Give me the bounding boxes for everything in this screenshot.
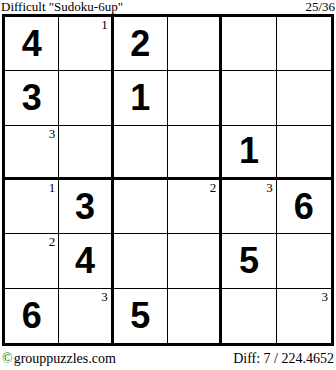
cell-r4c5[interactable]: 3	[222, 180, 276, 234]
given-digit: 4	[22, 26, 42, 62]
cell-r6c6[interactable]: 3	[277, 289, 331, 343]
given-digit: 5	[130, 298, 150, 334]
given-digit: 3	[75, 189, 95, 225]
cell-r2c4[interactable]	[168, 71, 222, 125]
cell-r1c4[interactable]	[168, 17, 222, 71]
cell-r2c6[interactable]	[277, 71, 331, 125]
cell-r2c1: 3	[5, 71, 59, 125]
corner-mark: 2	[210, 181, 217, 194]
cell-r4c6: 6	[277, 180, 331, 234]
cell-r1c1: 4	[5, 17, 59, 71]
corner-mark: 3	[321, 290, 328, 303]
cell-r1c6[interactable]	[277, 17, 331, 71]
cell-r1c5[interactable]	[222, 17, 276, 71]
corner-mark: 3	[49, 127, 56, 140]
cell-r3c3[interactable]	[114, 126, 168, 180]
cell-r6c2[interactable]: 3	[59, 289, 113, 343]
cell-r2c2[interactable]	[59, 71, 113, 125]
cell-r5c3[interactable]	[114, 234, 168, 288]
cell-r5c1[interactable]: 2	[5, 234, 59, 288]
header: Difficult "Sudoku-6up" 25/36	[1, 0, 335, 14]
cell-r3c6[interactable]	[277, 126, 331, 180]
corner-mark: 1	[49, 181, 56, 194]
site-name: grouppuzzles.com	[14, 351, 116, 366]
cell-r6c3: 5	[114, 289, 168, 343]
corner-mark: 2	[49, 235, 56, 248]
cell-r5c6[interactable]	[277, 234, 331, 288]
sudoku-board: 4123131132362456353	[2, 14, 334, 346]
cell-r3c5: 1	[222, 126, 276, 180]
cell-r4c1[interactable]: 1	[5, 180, 59, 234]
cell-counter: 25/36	[305, 0, 335, 14]
given-digit: 4	[75, 243, 95, 279]
given-digit: 3	[22, 80, 42, 116]
cell-r3c2[interactable]	[59, 126, 113, 180]
cell-r6c1: 6	[5, 289, 59, 343]
copyright: ©grouppuzzles.com	[2, 351, 116, 367]
cell-r1c3: 2	[114, 17, 168, 71]
given-digit: 2	[130, 26, 150, 62]
cell-r4c3[interactable]	[114, 180, 168, 234]
page-title: Difficult "Sudoku-6up"	[1, 0, 123, 14]
difficulty-label: Diff: 7 / 224.4652	[233, 351, 334, 367]
given-digit: 1	[130, 80, 150, 116]
cell-r3c4[interactable]	[168, 126, 222, 180]
cell-r4c2: 3	[59, 180, 113, 234]
given-digit: 6	[22, 298, 42, 334]
corner-mark: 1	[101, 18, 108, 31]
cell-r2c5[interactable]	[222, 71, 276, 125]
cell-r5c5: 5	[222, 234, 276, 288]
cell-r4c4[interactable]: 2	[168, 180, 222, 234]
cell-r6c5[interactable]	[222, 289, 276, 343]
given-digit: 1	[239, 133, 259, 169]
footer: ©grouppuzzles.com Diff: 7 / 224.4652	[2, 351, 334, 367]
copyright-icon: ©	[2, 351, 13, 366]
cell-r5c2: 4	[59, 234, 113, 288]
corner-mark: 3	[266, 181, 273, 194]
cell-r5c4[interactable]	[168, 234, 222, 288]
corner-mark: 3	[101, 290, 108, 303]
given-digit: 6	[294, 189, 314, 225]
cell-r6c4[interactable]	[168, 289, 222, 343]
given-digit: 5	[239, 243, 259, 279]
cell-r3c1[interactable]: 3	[5, 126, 59, 180]
cell-r2c3: 1	[114, 71, 168, 125]
cell-r1c2[interactable]: 1	[59, 17, 113, 71]
